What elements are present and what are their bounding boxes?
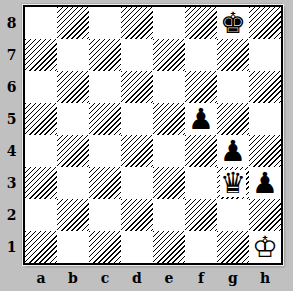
square-d4[interactable] — [121, 135, 153, 167]
square-d5[interactable] — [121, 103, 153, 135]
square-h7[interactable] — [249, 39, 281, 71]
square-b8[interactable] — [57, 7, 89, 39]
file-label-h: h — [249, 268, 281, 288]
square-b4[interactable] — [57, 135, 89, 167]
square-c4[interactable] — [89, 135, 121, 167]
square-c6[interactable] — [89, 71, 121, 103]
rank-label-7: 7 — [0, 39, 23, 71]
rank-labels: 87654321 — [0, 7, 23, 263]
square-h2[interactable] — [249, 199, 281, 231]
square-a3[interactable] — [25, 167, 57, 199]
square-h8[interactable] — [249, 7, 281, 39]
chess-board: ♚♟♟♛♟♔ — [25, 7, 281, 263]
rank-label-8: 8 — [0, 7, 23, 39]
file-label-f: f — [185, 268, 217, 288]
square-b3[interactable] — [57, 167, 89, 199]
piece-black-king-g8[interactable]: ♚ — [217, 7, 249, 39]
square-b1[interactable] — [57, 231, 89, 263]
square-h5[interactable] — [249, 103, 281, 135]
square-e1[interactable] — [153, 231, 185, 263]
square-b2[interactable] — [57, 199, 89, 231]
square-a4[interactable] — [25, 135, 57, 167]
piece-black-pawn-f5[interactable]: ♟ — [185, 103, 217, 135]
rank-label-4: 4 — [0, 135, 23, 167]
square-f6[interactable] — [185, 71, 217, 103]
square-h4[interactable] — [249, 135, 281, 167]
square-d3[interactable] — [121, 167, 153, 199]
square-g6[interactable] — [217, 71, 249, 103]
square-e4[interactable] — [153, 135, 185, 167]
square-a2[interactable] — [25, 199, 57, 231]
square-h6[interactable] — [249, 71, 281, 103]
piece-black-pawn-h3[interactable]: ♟ — [249, 167, 281, 199]
square-f8[interactable] — [185, 7, 217, 39]
rank-label-2: 2 — [0, 199, 23, 231]
square-a5[interactable] — [25, 103, 57, 135]
square-e7[interactable] — [153, 39, 185, 71]
file-label-d: d — [121, 268, 153, 288]
square-d6[interactable] — [121, 71, 153, 103]
square-e8[interactable] — [153, 7, 185, 39]
square-g8[interactable]: ♚ — [217, 7, 249, 39]
square-h3[interactable]: ♟ — [249, 167, 281, 199]
file-label-g: g — [217, 268, 249, 288]
square-d2[interactable] — [121, 199, 153, 231]
file-labels: abcdefgh — [25, 268, 281, 288]
square-c3[interactable] — [89, 167, 121, 199]
square-c1[interactable] — [89, 231, 121, 263]
file-label-b: b — [57, 268, 89, 288]
square-f1[interactable] — [185, 231, 217, 263]
square-b6[interactable] — [57, 71, 89, 103]
square-d7[interactable] — [121, 39, 153, 71]
file-label-a: a — [25, 268, 57, 288]
board-frame: ♚♟♟♛♟♔ — [23, 5, 283, 265]
square-a1[interactable] — [25, 231, 57, 263]
square-a8[interactable] — [25, 7, 57, 39]
square-c2[interactable] — [89, 199, 121, 231]
square-c8[interactable] — [89, 7, 121, 39]
square-e2[interactable] — [153, 199, 185, 231]
square-e5[interactable] — [153, 103, 185, 135]
square-h1[interactable]: ♔ — [249, 231, 281, 263]
rank-label-6: 6 — [0, 71, 23, 103]
square-b5[interactable] — [57, 103, 89, 135]
square-g1[interactable] — [217, 231, 249, 263]
square-f2[interactable] — [185, 199, 217, 231]
piece-black-pawn-g4[interactable]: ♟ — [217, 135, 249, 167]
rank-label-3: 3 — [0, 167, 23, 199]
square-f7[interactable] — [185, 39, 217, 71]
file-label-c: c — [89, 268, 121, 288]
square-a6[interactable] — [25, 71, 57, 103]
square-f5[interactable]: ♟ — [185, 103, 217, 135]
rank-label-5: 5 — [0, 103, 23, 135]
square-g3[interactable]: ♛ — [217, 167, 249, 199]
piece-white-king-h1[interactable]: ♔ — [249, 231, 281, 263]
square-b7[interactable] — [57, 39, 89, 71]
square-c7[interactable] — [89, 39, 121, 71]
square-a7[interactable] — [25, 39, 57, 71]
rank-label-1: 1 — [0, 231, 23, 263]
square-e3[interactable] — [153, 167, 185, 199]
square-g5[interactable] — [217, 103, 249, 135]
square-g7[interactable] — [217, 39, 249, 71]
square-d8[interactable] — [121, 7, 153, 39]
square-g4[interactable]: ♟ — [217, 135, 249, 167]
piece-black-queen-g3[interactable]: ♛ — [220, 170, 246, 197]
square-f3[interactable] — [185, 167, 217, 199]
square-g2[interactable] — [217, 199, 249, 231]
square-c5[interactable] — [89, 103, 121, 135]
square-f4[interactable] — [185, 135, 217, 167]
square-d1[interactable] — [121, 231, 153, 263]
file-label-e: e — [153, 268, 185, 288]
square-e6[interactable] — [153, 71, 185, 103]
chess-diagram: 87654321 ♚♟♟♛♟♔ abcdefgh — [0, 0, 293, 291]
